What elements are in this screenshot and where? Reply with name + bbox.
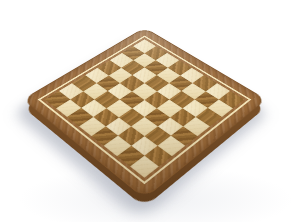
frame-inlay-line (38, 36, 252, 185)
photo-scene (0, 0, 300, 222)
product-photo-background (0, 0, 300, 222)
board-squares-grid (45, 39, 244, 177)
board-frame (22, 27, 267, 198)
chess-board (22, 27, 267, 198)
